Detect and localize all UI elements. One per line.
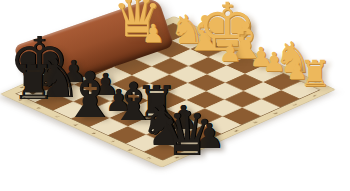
chess-set-photo: aa11bb22cc33dd44ee55ff66gg77hh88 ♛♟♞♝♚♝♟… <box>0 0 350 191</box>
